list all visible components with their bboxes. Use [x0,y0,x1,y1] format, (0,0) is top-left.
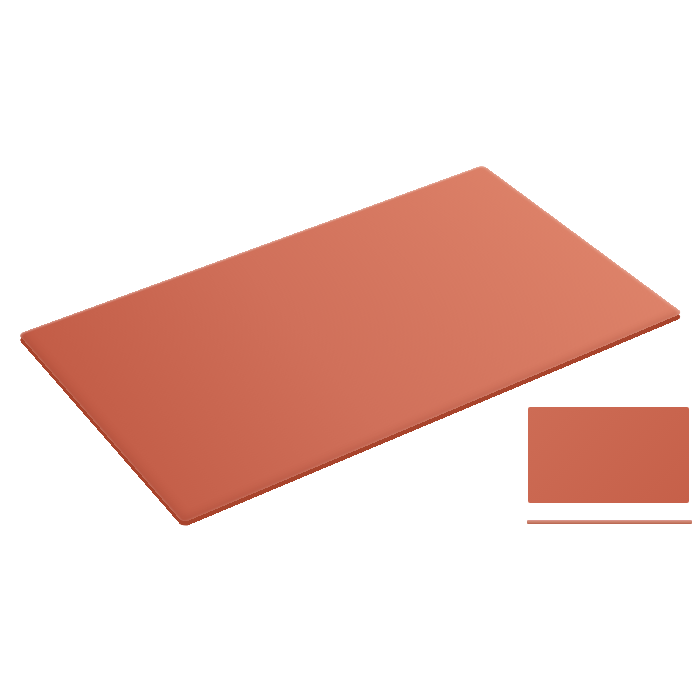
side-view-sheet [527,520,692,524]
mold-perspective-view [0,0,700,700]
product-image [0,0,700,700]
mold-top-view-inset [528,407,689,503]
mold-side-view-inset [527,520,692,538]
